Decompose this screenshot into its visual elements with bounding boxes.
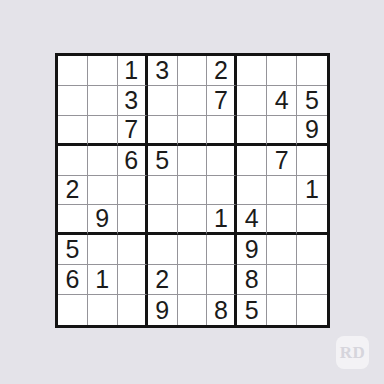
cell-r3c9[interactable]: 9: [297, 116, 327, 146]
cell-r4c9[interactable]: [297, 146, 327, 176]
cell-r6c8[interactable]: [267, 205, 297, 235]
cell-r7c8[interactable]: [267, 235, 297, 265]
cell-r8c1[interactable]: 6: [58, 265, 88, 295]
cell-r3c4[interactable]: [148, 116, 178, 146]
cell-r1c9[interactable]: [297, 56, 327, 86]
cell-r1c6[interactable]: 2: [207, 56, 237, 86]
cell-r3c8[interactable]: [267, 116, 297, 146]
cell-r4c2[interactable]: [88, 146, 118, 176]
cell-r3c7[interactable]: [237, 116, 267, 146]
page-background: 13237457965721914596128985 RD: [0, 0, 384, 384]
cell-r7c2[interactable]: [88, 235, 118, 265]
cell-r7c3[interactable]: [118, 235, 148, 265]
cell-r1c3[interactable]: 1: [118, 56, 148, 86]
cell-r5c6[interactable]: [207, 176, 237, 206]
cell-r6c1[interactable]: [58, 205, 88, 235]
cell-r7c5[interactable]: [178, 235, 208, 265]
cell-r2c3[interactable]: 3: [118, 86, 148, 116]
cell-r4c3[interactable]: 6: [118, 146, 148, 176]
cell-r5c5[interactable]: [178, 176, 208, 206]
cell-r8c5[interactable]: [178, 265, 208, 295]
cell-r8c6[interactable]: [207, 265, 237, 295]
rd-logo-text: RD: [340, 343, 366, 363]
cell-r9c3[interactable]: [118, 295, 148, 325]
cell-r8c7[interactable]: 8: [237, 265, 267, 295]
cell-r8c4[interactable]: 2: [148, 265, 178, 295]
cell-r6c2[interactable]: 9: [88, 205, 118, 235]
cell-r7c1[interactable]: 5: [58, 235, 88, 265]
cell-r3c6[interactable]: [207, 116, 237, 146]
cell-r6c3[interactable]: [118, 205, 148, 235]
cell-r9c2[interactable]: [88, 295, 118, 325]
cell-r3c3[interactable]: 7: [118, 116, 148, 146]
cell-r1c4[interactable]: 3: [148, 56, 178, 86]
cell-r6c7[interactable]: 4: [237, 205, 267, 235]
cell-r1c8[interactable]: [267, 56, 297, 86]
cell-r8c9[interactable]: [297, 265, 327, 295]
cell-r6c4[interactable]: [148, 205, 178, 235]
cell-r8c8[interactable]: [267, 265, 297, 295]
cell-r5c9[interactable]: 1: [297, 176, 327, 206]
cell-r2c5[interactable]: [178, 86, 208, 116]
cell-r6c9[interactable]: [297, 205, 327, 235]
cell-r3c1[interactable]: [58, 116, 88, 146]
cell-r7c4[interactable]: [148, 235, 178, 265]
cell-r5c4[interactable]: [148, 176, 178, 206]
cell-r9c1[interactable]: [58, 295, 88, 325]
cell-r9c6[interactable]: 8: [207, 295, 237, 325]
cell-r1c1[interactable]: [58, 56, 88, 86]
cell-r4c4[interactable]: 5: [148, 146, 178, 176]
cell-r2c1[interactable]: [58, 86, 88, 116]
cell-r5c8[interactable]: [267, 176, 297, 206]
cell-r8c3[interactable]: [118, 265, 148, 295]
cell-r2c4[interactable]: [148, 86, 178, 116]
cell-r2c8[interactable]: 4: [267, 86, 297, 116]
cell-r1c5[interactable]: [178, 56, 208, 86]
cell-r7c9[interactable]: [297, 235, 327, 265]
cell-r4c7[interactable]: [237, 146, 267, 176]
cell-r3c2[interactable]: [88, 116, 118, 146]
cell-r2c2[interactable]: [88, 86, 118, 116]
cell-r2c6[interactable]: 7: [207, 86, 237, 116]
cell-r3c5[interactable]: [178, 116, 208, 146]
cell-r9c4[interactable]: 9: [148, 295, 178, 325]
cell-r8c2[interactable]: 1: [88, 265, 118, 295]
cell-r2c7[interactable]: [237, 86, 267, 116]
cell-r9c8[interactable]: [267, 295, 297, 325]
cell-r6c6[interactable]: 1: [207, 205, 237, 235]
cell-r2c9[interactable]: 5: [297, 86, 327, 116]
cell-r5c1[interactable]: 2: [58, 176, 88, 206]
cell-r9c7[interactable]: 5: [237, 295, 267, 325]
cell-r9c9[interactable]: [297, 295, 327, 325]
cell-r1c7[interactable]: [237, 56, 267, 86]
cell-r7c7[interactable]: 9: [237, 235, 267, 265]
cell-r4c8[interactable]: 7: [267, 146, 297, 176]
cell-r4c5[interactable]: [178, 146, 208, 176]
cell-r1c2[interactable]: [88, 56, 118, 86]
cell-r5c2[interactable]: [88, 176, 118, 206]
rd-logo-badge: RD: [336, 336, 369, 369]
cell-r5c7[interactable]: [237, 176, 267, 206]
cell-r5c3[interactable]: [118, 176, 148, 206]
cell-r6c5[interactable]: [178, 205, 208, 235]
cell-r4c6[interactable]: [207, 146, 237, 176]
cell-r7c6[interactable]: [207, 235, 237, 265]
sudoku-board: 13237457965721914596128985: [55, 53, 330, 328]
cell-r9c5[interactable]: [178, 295, 208, 325]
cell-r4c1[interactable]: [58, 146, 88, 176]
